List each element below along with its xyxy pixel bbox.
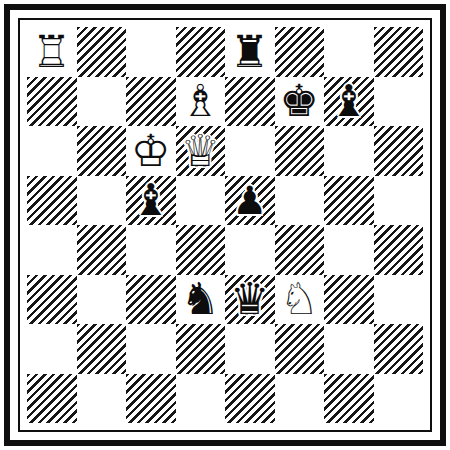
square-d8[interactable]: [176, 27, 226, 77]
black-queen-icon: ♛: [225, 275, 275, 325]
piece-black-bishop-c5[interactable]: ♝♝: [126, 176, 176, 226]
piece-black-rook-e8[interactable]: ♜♜: [225, 27, 275, 77]
square-d5[interactable]: [176, 176, 226, 226]
piece-black-knight-d3[interactable]: ♞♞: [176, 275, 226, 325]
square-h1[interactable]: [374, 374, 424, 424]
square-h5[interactable]: [374, 176, 424, 226]
black-pawn-icon: ♟: [225, 176, 275, 226]
square-a1[interactable]: [27, 374, 77, 424]
square-b1[interactable]: [77, 374, 127, 424]
square-e3[interactable]: ♛♛: [225, 275, 275, 325]
square-c8[interactable]: [126, 27, 176, 77]
square-e2[interactable]: [225, 324, 275, 374]
square-c7[interactable]: [126, 77, 176, 127]
square-h7[interactable]: [374, 77, 424, 127]
square-f2[interactable]: [275, 324, 325, 374]
piece-black-bishop-g7[interactable]: ♝♝: [324, 77, 374, 127]
square-e6[interactable]: [225, 126, 275, 176]
piece-white-knight-f3[interactable]: ♞♘: [275, 275, 325, 325]
square-e1[interactable]: [225, 374, 275, 424]
chess-diagram: ♜♖♜♜♝♗♚♚♝♝♚♔♛♕♝♝♟♟♞♞♛♛♞♘: [0, 0, 450, 450]
white-queen-icon: ♕: [176, 126, 226, 176]
square-f6[interactable]: [275, 126, 325, 176]
square-a5[interactable]: [27, 176, 77, 226]
piece-black-pawn-e5[interactable]: ♟♟: [225, 176, 275, 226]
square-h2[interactable]: [374, 324, 424, 374]
square-c5[interactable]: ♝♝: [126, 176, 176, 226]
square-h3[interactable]: [374, 275, 424, 325]
square-h4[interactable]: [374, 225, 424, 275]
square-e4[interactable]: [225, 225, 275, 275]
square-f7[interactable]: ♚♚: [275, 77, 325, 127]
square-e5[interactable]: ♟♟: [225, 176, 275, 226]
square-b8[interactable]: [77, 27, 127, 77]
square-a8[interactable]: ♜♖: [27, 27, 77, 77]
square-g4[interactable]: [324, 225, 374, 275]
square-g7[interactable]: ♝♝: [324, 77, 374, 127]
square-b2[interactable]: [77, 324, 127, 374]
square-h8[interactable]: [374, 27, 424, 77]
square-d7[interactable]: ♝♗: [176, 77, 226, 127]
black-rook-icon: ♜: [225, 27, 275, 77]
square-b5[interactable]: [77, 176, 127, 226]
square-d6[interactable]: ♛♕: [176, 126, 226, 176]
white-bishop-icon: ♗: [176, 77, 226, 127]
piece-white-rook-a8[interactable]: ♜♖: [27, 27, 77, 77]
square-g1[interactable]: [324, 374, 374, 424]
square-g5[interactable]: [324, 176, 374, 226]
white-rook-icon: ♖: [27, 27, 77, 77]
square-a4[interactable]: [27, 225, 77, 275]
square-a2[interactable]: [27, 324, 77, 374]
black-king-icon: ♚: [275, 77, 325, 127]
square-b3[interactable]: [77, 275, 127, 325]
square-b6[interactable]: [77, 126, 127, 176]
square-g2[interactable]: [324, 324, 374, 374]
black-bishop-icon: ♝: [324, 77, 374, 127]
chess-board: ♜♖♜♜♝♗♚♚♝♝♚♔♛♕♝♝♟♟♞♞♛♛♞♘: [27, 27, 423, 423]
white-knight-icon: ♘: [275, 275, 325, 325]
square-g6[interactable]: [324, 126, 374, 176]
square-d4[interactable]: [176, 225, 226, 275]
square-f5[interactable]: [275, 176, 325, 226]
piece-black-king-f7[interactable]: ♚♚: [275, 77, 325, 127]
square-c1[interactable]: [126, 374, 176, 424]
square-a7[interactable]: [27, 77, 77, 127]
white-king-icon: ♔: [126, 126, 176, 176]
square-g3[interactable]: [324, 275, 374, 325]
square-f3[interactable]: ♞♘: [275, 275, 325, 325]
square-e8[interactable]: ♜♜: [225, 27, 275, 77]
square-c3[interactable]: [126, 275, 176, 325]
square-g8[interactable]: [324, 27, 374, 77]
square-b4[interactable]: [77, 225, 127, 275]
square-b7[interactable]: [77, 77, 127, 127]
black-knight-icon: ♞: [176, 275, 226, 325]
square-f8[interactable]: [275, 27, 325, 77]
square-c4[interactable]: [126, 225, 176, 275]
square-f4[interactable]: [275, 225, 325, 275]
square-f1[interactable]: [275, 374, 325, 424]
square-a3[interactable]: [27, 275, 77, 325]
square-c2[interactable]: [126, 324, 176, 374]
piece-white-king-c6[interactable]: ♚♔: [126, 126, 176, 176]
square-d2[interactable]: [176, 324, 226, 374]
square-d1[interactable]: [176, 374, 226, 424]
square-d3[interactable]: ♞♞: [176, 275, 226, 325]
square-c6[interactable]: ♚♔: [126, 126, 176, 176]
black-bishop-icon: ♝: [126, 176, 176, 226]
square-h6[interactable]: [374, 126, 424, 176]
square-a6[interactable]: [27, 126, 77, 176]
piece-black-queen-e3[interactable]: ♛♛: [225, 275, 275, 325]
piece-white-queen-d6[interactable]: ♛♕: [176, 126, 226, 176]
piece-white-bishop-d7[interactable]: ♝♗: [176, 77, 226, 127]
square-e7[interactable]: [225, 77, 275, 127]
